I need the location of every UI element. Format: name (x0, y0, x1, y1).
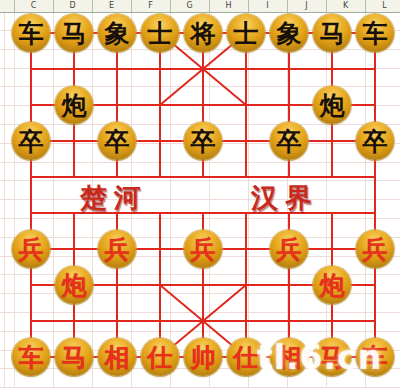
piece-black[interactable]: 卒 (98, 122, 136, 160)
piece-red[interactable]: 炮 (55, 266, 93, 304)
piece-black[interactable]: 卒 (356, 122, 394, 160)
piece-red[interactable]: 仕 (141, 338, 179, 376)
piece-black[interactable]: 士 (141, 14, 179, 52)
watermark: tl.6.cn (257, 338, 382, 377)
piece-black[interactable]: 士 (227, 14, 265, 52)
piece-red[interactable]: 帅 (184, 338, 222, 376)
piece-red[interactable]: 兵 (12, 230, 50, 268)
piece-black[interactable]: 炮 (55, 86, 93, 124)
piece-red[interactable]: 相 (98, 338, 136, 376)
piece-black[interactable]: 车 (356, 14, 394, 52)
piece-red[interactable]: 兵 (270, 230, 308, 268)
piece-black[interactable]: 炮 (313, 86, 351, 124)
piece-black[interactable]: 象 (98, 14, 136, 52)
piece-black[interactable]: 卒 (12, 122, 50, 160)
piece-black[interactable]: 马 (55, 14, 93, 52)
piece-red[interactable]: 炮 (313, 266, 351, 304)
piece-red[interactable]: 兵 (98, 230, 136, 268)
piece-red[interactable]: 兵 (356, 230, 394, 268)
piece-red[interactable]: 马 (55, 338, 93, 376)
piece-black[interactable]: 马 (313, 14, 351, 52)
piece-black[interactable]: 象 (270, 14, 308, 52)
piece-red[interactable]: 车 (12, 338, 50, 376)
river-label-chu-he: 楚河 (80, 180, 148, 216)
xiangqi-screenshot: CDEFGHIJKL 楚河 汉界 车马象士将士象马车炮炮卒卒卒卒卒兵兵兵兵炮炮兵… (0, 0, 400, 388)
piece-black[interactable]: 车 (12, 14, 50, 52)
piece-black[interactable]: 卒 (184, 122, 222, 160)
piece-black[interactable]: 将 (184, 14, 222, 52)
piece-black[interactable]: 卒 (270, 122, 308, 160)
xiangqi-board-grid (0, 0, 400, 388)
river-label-han-jie: 汉界 (251, 180, 319, 216)
piece-red[interactable]: 兵 (184, 230, 222, 268)
